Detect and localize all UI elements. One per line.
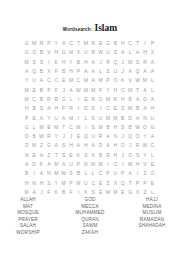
grid-cell: Q (126, 132, 133, 141)
grid-cell: H (67, 141, 74, 150)
grid-cell: U (67, 160, 74, 169)
grid-cell: E (97, 39, 104, 48)
grid-cell: M (53, 160, 60, 169)
grid-cell: P (75, 67, 82, 76)
grid-cell: B (38, 95, 45, 104)
grid-cell: A (104, 141, 111, 150)
grid-cell: N (82, 160, 89, 169)
grid-cell: S (90, 113, 97, 122)
grid-cell: A (90, 141, 97, 150)
grid-cell: B (126, 95, 133, 104)
grid-cell: X (90, 151, 97, 160)
grid-cell: N (141, 113, 148, 122)
grid-cell: G (104, 39, 111, 48)
grid-cell: W (104, 188, 111, 197)
grid-cell: M (90, 85, 97, 94)
grid-cell: L (126, 48, 133, 57)
grid-cell: C (119, 85, 126, 94)
grid-cell: H (60, 58, 67, 67)
grid-cell: I (75, 113, 82, 122)
grid-cell: C (30, 95, 37, 104)
grid-cell: Z (104, 178, 111, 187)
grid-cell: R (90, 95, 97, 104)
grid-cell: M (75, 123, 82, 132)
grid-cell: I (141, 39, 148, 48)
grid-cell: N (23, 151, 30, 160)
grid-cell: A (67, 85, 74, 94)
grid-cell: A (141, 104, 148, 113)
grid-cell: S (134, 58, 141, 67)
grid-cell: I (97, 104, 104, 113)
grid-cell: D (23, 141, 30, 150)
grid-cell: R (38, 39, 45, 48)
grid-cell: K (53, 188, 60, 197)
grid-cell: S (119, 123, 126, 132)
word-list-column: ALLAHMATMOSQUEPRAYERSALAHWORSHIP (11, 197, 45, 236)
grid-cell: I (75, 95, 82, 104)
grid-cell: A (149, 132, 156, 141)
grid-cell: A (82, 67, 89, 76)
grid-cell: E (67, 151, 74, 160)
grid-cell: T (53, 151, 60, 160)
grid-cell: M (67, 48, 74, 57)
grid-cell: B (126, 123, 133, 132)
grid-cell: E (97, 188, 104, 197)
grid-cell: S (45, 178, 52, 187)
grid-cell: A (38, 76, 45, 85)
grid-cell: G (23, 39, 30, 48)
grid-cell: J (119, 58, 126, 67)
grid-cell: U (97, 113, 104, 122)
grid-cell: B (104, 123, 111, 132)
grid-cell: A (45, 160, 52, 169)
wordsearch-grid: GMRPYACTMREGBHCTIPGOBVHGMXURWUSALAHXMSSI… (23, 39, 156, 197)
grid-cell: A (60, 113, 67, 122)
grid-cell: S (104, 67, 111, 76)
word-item: ZAKAH (73, 230, 107, 237)
grid-cell: W (90, 160, 97, 169)
grid-cell: J (60, 132, 67, 141)
grid-cell: L (149, 151, 156, 160)
grid-cell: W (134, 76, 141, 85)
word-list: ALLAHMATMOSQUEPRAYERSALAHWORSHIPGODMECCA… (0, 197, 180, 236)
grid-cell: W (134, 123, 141, 132)
grid-cell: R (141, 58, 148, 67)
grid-cell: U (112, 169, 119, 178)
grid-cell: J (38, 188, 45, 197)
grid-cell: B (134, 104, 141, 113)
grid-cell: Z (119, 104, 126, 113)
grid-cell: J (97, 58, 104, 67)
grid-cell: Y (67, 58, 74, 67)
grid-cell: E (119, 188, 126, 197)
grid-cell: R (90, 48, 97, 57)
grid-cell: K (75, 151, 82, 160)
grid-cell: Y (53, 178, 60, 187)
grid-cell: M (23, 58, 30, 67)
grid-cell: S (38, 104, 45, 113)
grid-cell: A (126, 169, 133, 178)
worksheet-page: Wordsearch:Islam GMRPYACTMREGBHCTIPGOBVH… (0, 0, 180, 256)
grid-cell: M (23, 95, 30, 104)
grid-cell: H (141, 48, 148, 57)
grid-cell: J (119, 67, 126, 76)
grid-cell: X (45, 67, 52, 76)
grid-cell: F (67, 188, 74, 197)
grid-cell: Y (53, 39, 60, 48)
grid-cell: A (60, 39, 67, 48)
grid-cell: P (45, 39, 52, 48)
grid-cell: A (23, 160, 30, 169)
grid-cell: A (90, 67, 97, 76)
grid-cell: I (119, 160, 126, 169)
grid-cell: U (82, 178, 89, 187)
grid-cell: C (67, 39, 74, 48)
grid-cell: M (97, 123, 104, 132)
grid-cell: G (45, 141, 52, 150)
grid-cell: M (126, 85, 133, 94)
grid-cell: B (97, 151, 104, 160)
title-text: Islam (94, 23, 117, 33)
grid-cell: C (97, 169, 104, 178)
grid-cell: A (23, 67, 30, 76)
grid-cell: S (112, 48, 119, 57)
grid-cell: A (149, 95, 156, 104)
grid-cell: M (126, 104, 133, 113)
grid-cell: C (149, 141, 156, 150)
grid-cell: I (104, 160, 111, 169)
grid-cell: M (53, 169, 60, 178)
grid-cell: R (45, 95, 52, 104)
word-list-column: GODMECCAMUHAMMEDQURANSAWMZAKAH (73, 197, 107, 236)
grid-cell: E (60, 76, 67, 85)
grid-cell: L (97, 67, 104, 76)
grid-cell: A (60, 160, 67, 169)
grid-cell: I (75, 188, 82, 197)
grid-cell: N (45, 169, 52, 178)
grid-cell: F (53, 85, 60, 94)
grid-cell: M (82, 39, 89, 48)
grid-cell: M (112, 113, 119, 122)
grid-cell: B (112, 39, 119, 48)
grid-cell: O (119, 141, 126, 150)
grid-cell: B (30, 132, 37, 141)
grid-cell: H (53, 104, 60, 113)
grid-cell: S (60, 141, 67, 150)
grid-cell: M (67, 76, 74, 85)
word-item: SHAHADAH (135, 223, 169, 230)
grid-cell: S (90, 123, 97, 132)
grid-cell: A (134, 95, 141, 104)
grid-cell: X (134, 188, 141, 197)
grid-cell: B (38, 67, 45, 76)
grid-cell: Z (141, 169, 148, 178)
grid-cell: G (60, 95, 67, 104)
grid-cell: L (67, 95, 74, 104)
grid-cell: U (53, 113, 60, 122)
grid-cell: C (53, 76, 60, 85)
grid-cell: H (112, 85, 119, 94)
grid-cell: A (141, 67, 148, 76)
grid-cell: G (149, 123, 156, 132)
grid-cell: H (82, 141, 89, 150)
grid-cell: E (30, 113, 37, 122)
grid-cell: W (60, 169, 67, 178)
grid-cell: M (97, 76, 104, 85)
grid-cell: B (60, 67, 67, 76)
grid-cell: A (30, 188, 37, 197)
grid-cell: L (90, 169, 97, 178)
grid-cell: R (45, 132, 52, 141)
grid-cell: A (141, 85, 148, 94)
grid-cell: M (126, 160, 133, 169)
grid-cell: A (53, 141, 60, 150)
grid-cell: C (75, 76, 82, 85)
grid-cell: H (23, 104, 30, 113)
grid-cell: N (30, 178, 37, 187)
grid-cell: E (82, 95, 89, 104)
grid-cell: L (149, 188, 156, 197)
grid-cell: V (126, 76, 133, 85)
grid-cell: F (60, 104, 67, 113)
grid-cell: M (97, 160, 104, 169)
grid-cell: R (53, 95, 60, 104)
grid-cell: P (23, 113, 30, 122)
grid-cell: U (82, 48, 89, 57)
grid-cell: M (104, 113, 111, 122)
grid-cell: Q (119, 178, 126, 187)
word-item: MUHAMMED (73, 210, 107, 217)
grid-cell: P (149, 39, 156, 48)
grid-cell: O (23, 132, 30, 141)
grid-cell: W (75, 85, 82, 94)
grid-cell: I (75, 104, 82, 113)
grid-cell: H (23, 178, 30, 187)
grid-cell: M (30, 39, 37, 48)
grid-cell: K (82, 188, 89, 197)
grid-cell: A (134, 113, 141, 122)
grid-cell: A (90, 58, 97, 67)
grid-cell: M (112, 188, 119, 197)
grid-cell: G (126, 188, 133, 197)
grid-cell: P (141, 178, 148, 187)
grid-cell: Q (134, 67, 141, 76)
grid-cell: M (141, 76, 148, 85)
grid-cell: Y (141, 151, 148, 160)
grid-cell: O (141, 123, 148, 132)
grid-cell: D (126, 113, 133, 122)
grid-cell: Q (30, 67, 37, 76)
grid-cell: X (75, 48, 82, 57)
grid-cell: S (30, 58, 37, 67)
grid-cell: R (112, 95, 119, 104)
grid-cell: S (60, 151, 67, 160)
grid-cell: Q (112, 58, 119, 67)
grid-cell: O (126, 151, 133, 160)
grid-cell: Y (45, 113, 52, 122)
grid-cell: D (30, 160, 37, 169)
grid-cell: E (30, 85, 37, 94)
grid-cell: I (134, 169, 141, 178)
grid-cell: M (23, 85, 30, 94)
grid-cell: A (45, 104, 52, 113)
grid-cell: Y (53, 132, 60, 141)
grid-cell: B (60, 188, 67, 197)
grid-cell: K (119, 76, 126, 85)
grid-cell: M (53, 123, 60, 132)
grid-cell: B (75, 58, 82, 67)
title-kicker: Wordsearch: (63, 27, 93, 32)
grid-cell: M (82, 85, 89, 94)
grid-cell: U (149, 113, 156, 122)
grid-cell: U (104, 48, 111, 57)
grid-cell: T (75, 39, 82, 48)
grid-cell: L (82, 169, 89, 178)
grid-cell: E (45, 123, 52, 132)
grid-cell: C (126, 39, 133, 48)
grid-cell: S (38, 58, 45, 67)
grid-cell: S (90, 104, 97, 113)
grid-cell: A (126, 67, 133, 76)
grid-cell: H (38, 178, 45, 187)
grid-cell: M (60, 178, 67, 187)
grid-cell: H (149, 104, 156, 113)
grid-cell: P (75, 160, 82, 169)
grid-cell: J (119, 151, 126, 160)
grid-cell: P (104, 76, 111, 85)
grid-cell: S (134, 151, 141, 160)
grid-cell: R (104, 151, 111, 160)
grid-cell: B (75, 169, 82, 178)
grid-cell: E (97, 178, 104, 187)
grid-cell: O (112, 76, 119, 85)
grid-cell: P (104, 169, 111, 178)
grid-cell: M (30, 141, 37, 150)
grid-cell: J (60, 85, 67, 94)
grid-cell: Y (104, 85, 111, 94)
grid-cell: R (134, 141, 141, 150)
grid-cell: M (82, 76, 89, 85)
grid-cell: C (67, 123, 74, 132)
grid-cell: B (23, 169, 30, 178)
grid-cell: G (23, 123, 30, 132)
grid-cell: B (30, 104, 37, 113)
grid-cell: P (134, 178, 141, 187)
grid-cell: T (126, 178, 133, 187)
grid-cell: U (112, 67, 119, 76)
grid-cell: Z (45, 151, 52, 160)
grid-cell: S (82, 151, 89, 160)
grid-cell: D (141, 95, 148, 104)
grid-cell: V (141, 160, 148, 169)
grid-cell: A (75, 141, 82, 150)
grid-cell: S (67, 169, 74, 178)
grid-cell: U (30, 76, 37, 85)
grid-cell: B (38, 85, 45, 94)
grid-cell: P (119, 169, 126, 178)
grid-cell: A (38, 169, 45, 178)
grid-cell: R (104, 58, 111, 67)
grid-cell: N (112, 132, 119, 141)
grid-cell: W (97, 48, 104, 57)
grid-cell: E (75, 132, 82, 141)
grid-cell: R (97, 132, 104, 141)
grid-cell: H (134, 160, 141, 169)
grid-cell: M (75, 178, 82, 187)
grid-cell: F (53, 67, 60, 76)
grid-cell: A (104, 132, 111, 141)
grid-cell: W (38, 132, 45, 141)
grid-cell: K (53, 58, 60, 67)
grid-cell: C (104, 104, 111, 113)
word-list-column: HAJJMEDINAMUSLIMRAMADANSHAHADAH (135, 197, 169, 236)
grid-cell: G (60, 48, 67, 57)
grid-cell: Y (141, 132, 148, 141)
grid-cell: E (149, 160, 156, 169)
grid-cell: A (38, 113, 45, 122)
grid-cell: H (112, 151, 119, 160)
grid-cell: I (30, 169, 37, 178)
grid-cell: X (149, 48, 156, 57)
grid-cell: H (82, 58, 89, 67)
grid-cell: X (112, 178, 119, 187)
grid-cell: T (134, 39, 141, 48)
grid-cell: L (149, 85, 156, 94)
grid-cell: V (45, 48, 52, 57)
grid-cell: L (82, 113, 89, 122)
grid-cell: J (119, 132, 126, 141)
grid-cell: E (112, 104, 119, 113)
grid-cell: H (112, 123, 119, 132)
grid-cell: O (134, 132, 141, 141)
grid-cell: Z (38, 141, 45, 150)
grid-cell: J (126, 141, 133, 150)
grid-cell: D (82, 104, 89, 113)
grid-cell: Q (82, 132, 89, 141)
grid-cell: H (119, 95, 126, 104)
grid-cell: A (149, 67, 156, 76)
grid-cell: G (23, 48, 30, 57)
grid-cell: I (45, 58, 52, 67)
grid-cell: A (134, 48, 141, 57)
grid-cell: L (149, 76, 156, 85)
grid-cell: E (30, 151, 37, 160)
grid-cell: B (119, 113, 126, 122)
grid-cell: F (97, 85, 104, 94)
page-title: Wordsearch:Islam (0, 17, 180, 35)
grid-cell: T (60, 123, 67, 132)
grid-cell: O (97, 95, 104, 104)
grid-cell: T (134, 85, 141, 94)
grid-cell: A (149, 58, 156, 67)
grid-cell: C (45, 76, 52, 85)
grid-cell: L (30, 123, 37, 132)
grid-cell: R (90, 39, 97, 48)
grid-cell: H (67, 67, 74, 76)
grid-cell: H (53, 48, 60, 57)
grid-cell: A (38, 151, 45, 160)
grid-cell: H (112, 141, 119, 150)
grid-cell: O (149, 169, 156, 178)
grid-cell: A (119, 48, 126, 57)
grid-cell: M (67, 113, 74, 122)
grid-cell: C (90, 178, 97, 187)
grid-cell: M (104, 95, 111, 104)
grid-cell: W (141, 141, 148, 150)
grid-cell: R (67, 104, 74, 113)
grid-cell: F (45, 188, 52, 197)
grid-cell: S (90, 188, 97, 197)
